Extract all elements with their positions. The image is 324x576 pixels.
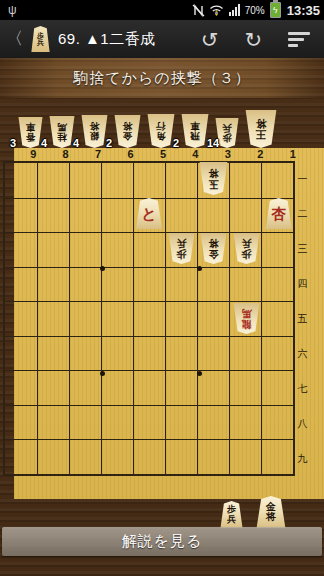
gote-gold-piece[interactable]: 金将 — [114, 115, 141, 148]
sente-gold-piece[interactable]: 金将 — [256, 496, 286, 528]
battery-percent: 70% — [245, 5, 265, 16]
view-explanation-button[interactable]: 解説を見る — [2, 527, 322, 556]
gote-hand-slot: 金将2 — [114, 115, 141, 148]
rank-label: 三 — [295, 231, 310, 266]
gote-king-piece[interactable]: 玉将 — [199, 162, 228, 195]
hand-piece-count: 4 — [41, 137, 47, 149]
board-pieces-layer: 玉将と杏歩兵金将歩兵龍馬 — [3, 161, 295, 476]
gote-hand-slot: 歩兵14 — [215, 118, 239, 148]
wifi-icon — [209, 4, 224, 17]
sente-promoted-lance-piece[interactable]: 杏 — [265, 198, 292, 229]
nfc-disabled-icon — [192, 4, 205, 17]
problem-title: 駒捨てからの挟撃（３） — [73, 69, 250, 88]
file-label: 2 — [244, 148, 276, 161]
sente-pawn-piece[interactable]: 歩兵 — [220, 501, 243, 528]
gote-hand-slot: 角行 — [147, 114, 175, 148]
rank-label: 五 — [295, 301, 310, 336]
gote-knight-piece[interactable]: 桂馬 — [49, 116, 75, 148]
app-screen: ψ 70% ϟ 13:35 〈 歩兵 69. ▲1二香成 ↺ ↻ — [0, 0, 324, 576]
hand-piece-count: 14 — [207, 137, 219, 149]
gote-lance-piece[interactable]: 香車 — [18, 117, 43, 148]
bottom-area: 歩兵金将 解説を見る — [0, 499, 324, 576]
file-label: 9 — [17, 148, 49, 161]
view-explanation-label: 解説を見る — [122, 532, 203, 551]
gote-hand-slot: 銀将4 — [81, 115, 108, 148]
gote-pawn-piece[interactable]: 歩兵 — [168, 233, 195, 264]
rank-label: 一 — [295, 161, 310, 196]
gote-silver-piece[interactable]: 銀将 — [81, 115, 108, 148]
hand-piece-count: 3 — [10, 137, 16, 149]
clock: 13:35 — [287, 3, 320, 18]
hand-piece-count: 4 — [73, 137, 79, 149]
rank-label: 四 — [295, 266, 310, 301]
rank-label: 八 — [295, 406, 310, 441]
gote-hand-slot: 王将 — [245, 110, 277, 148]
gote-hand-slot: 桂馬4 — [49, 116, 75, 148]
rank-labels: 一二三四五六七八九 — [295, 161, 310, 476]
sente-hand-stand: 歩兵金将 — [220, 496, 286, 528]
board-panel: 987654321 一二三四五六七八九 玉将と杏歩兵金将歩兵龍馬 — [0, 148, 324, 499]
gote-hand-slot: 香車3 — [18, 117, 43, 148]
sente-hand-slot: 金将 — [256, 496, 286, 528]
toolbar: 〈 歩兵 69. ▲1二香成 ↺ ↻ — [0, 20, 324, 58]
rank-label: 九 — [295, 441, 310, 476]
gote-hand-stand: 香車3桂馬4銀将4金将2角行飛車2歩兵14王将 — [0, 98, 324, 151]
sente-tokin-piece[interactable]: と — [136, 198, 163, 229]
battery-charging-icon: ϟ — [270, 2, 281, 18]
file-label: 4 — [179, 148, 211, 161]
file-label: 3 — [212, 148, 244, 161]
problem-title-band: 駒捨てからの挟撃（３） — [0, 58, 324, 98]
file-label: 7 — [82, 148, 114, 161]
gote-promoted-bishop-piece[interactable]: 龍馬 — [233, 303, 260, 334]
rank-label: 六 — [295, 336, 310, 371]
hand-piece-count: 2 — [106, 137, 112, 149]
file-label: 1 — [277, 148, 309, 161]
hand-piece-count: 2 — [173, 137, 179, 149]
file-labels: 987654321 — [17, 148, 309, 161]
status-bar: ψ 70% ϟ 13:35 — [0, 0, 324, 20]
gote-rook-piece[interactable]: 飛車 — [181, 114, 209, 148]
gote-hand-slot: 飛車2 — [181, 114, 209, 148]
menu-icon[interactable] — [288, 32, 310, 47]
file-label: 6 — [114, 148, 146, 161]
signal-icon — [229, 4, 240, 16]
gote-gold-piece[interactable]: 金将 — [200, 233, 227, 264]
undo-icon[interactable]: ↺ — [201, 29, 219, 50]
rank-label: 二 — [295, 196, 310, 231]
gote-bishop-piece[interactable]: 角行 — [147, 114, 175, 148]
pawn-piece-icon: 歩兵 — [31, 26, 50, 52]
file-label: 5 — [147, 148, 179, 161]
sente-hand-slot: 歩兵 — [220, 501, 243, 528]
rank-label: 七 — [295, 371, 310, 406]
current-move-label: 69. ▲1二香成 — [58, 30, 156, 49]
gote-pawn-piece[interactable]: 歩兵 — [233, 233, 260, 264]
file-label: 8 — [49, 148, 81, 161]
back-button[interactable]: 〈 — [6, 27, 25, 52]
redo-icon[interactable]: ↻ — [244, 29, 262, 50]
usb-icon: ψ — [8, 3, 17, 17]
gote-king-piece[interactable]: 王将 — [245, 110, 277, 148]
